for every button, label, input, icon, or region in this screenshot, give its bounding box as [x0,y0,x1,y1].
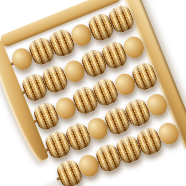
roller-rods [0,0,186,186]
foot-roller-massager [0,0,186,186]
photo-stage [0,0,186,186]
